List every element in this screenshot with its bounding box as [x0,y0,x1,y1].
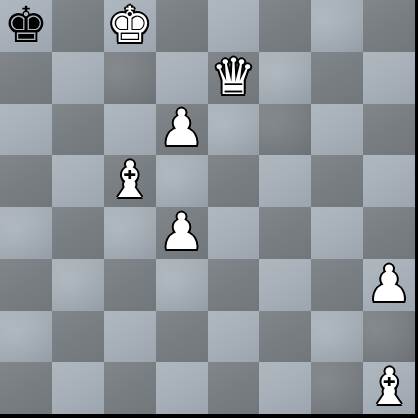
square-a3[interactable] [0,259,52,311]
square-e4[interactable] [208,207,260,259]
square-c2[interactable] [104,311,156,363]
square-d5[interactable] [156,155,208,207]
piece-white-pawn[interactable]: ♟ [367,259,412,309]
square-c5[interactable]: ♝ [104,155,156,207]
chess-board: ♚♚♛♟♝♟♟♝ [0,0,415,414]
square-d3[interactable] [156,259,208,311]
square-h3[interactable]: ♟ [363,259,415,311]
square-a8[interactable]: ♚ [0,0,52,52]
square-c3[interactable] [104,259,156,311]
square-e1[interactable] [208,362,260,414]
square-b4[interactable] [52,207,104,259]
square-c1[interactable] [104,362,156,414]
square-f1[interactable] [259,362,311,414]
square-h6[interactable] [363,104,415,156]
square-g8[interactable] [311,0,363,52]
square-d6[interactable]: ♟ [156,104,208,156]
square-f4[interactable] [259,207,311,259]
piece-white-bishop[interactable]: ♝ [367,362,412,412]
square-h7[interactable] [363,52,415,104]
square-h4[interactable] [363,207,415,259]
piece-white-pawn[interactable]: ♟ [159,104,204,154]
piece-white-bishop[interactable]: ♝ [107,155,152,205]
square-g4[interactable] [311,207,363,259]
square-g2[interactable] [311,311,363,363]
square-e3[interactable] [208,259,260,311]
square-d8[interactable] [156,0,208,52]
square-b6[interactable] [52,104,104,156]
piece-black-king[interactable]: ♚ [4,0,49,50]
square-f8[interactable] [259,0,311,52]
square-e6[interactable] [208,104,260,156]
square-g5[interactable] [311,155,363,207]
square-d1[interactable] [156,362,208,414]
square-g3[interactable] [311,259,363,311]
square-a4[interactable] [0,207,52,259]
square-a1[interactable] [0,362,52,414]
square-b3[interactable] [52,259,104,311]
square-c4[interactable] [104,207,156,259]
square-e7[interactable]: ♛ [208,52,260,104]
square-b5[interactable] [52,155,104,207]
square-h5[interactable] [363,155,415,207]
square-e5[interactable] [208,155,260,207]
piece-white-king[interactable]: ♚ [107,0,152,50]
square-d4[interactable]: ♟ [156,207,208,259]
square-f5[interactable] [259,155,311,207]
chess-board-frame: ♚♚♛♟♝♟♟♝ [0,0,418,418]
piece-white-queen[interactable]: ♛ [211,52,256,102]
square-f2[interactable] [259,311,311,363]
square-a5[interactable] [0,155,52,207]
square-a7[interactable] [0,52,52,104]
square-a2[interactable] [0,311,52,363]
square-g1[interactable] [311,362,363,414]
square-h1[interactable]: ♝ [363,362,415,414]
piece-white-pawn[interactable]: ♟ [159,207,204,257]
square-e2[interactable] [208,311,260,363]
square-d2[interactable] [156,311,208,363]
square-e8[interactable] [208,0,260,52]
square-f6[interactable] [259,104,311,156]
square-c7[interactable] [104,52,156,104]
square-b7[interactable] [52,52,104,104]
square-g6[interactable] [311,104,363,156]
square-a6[interactable] [0,104,52,156]
square-f7[interactable] [259,52,311,104]
square-d7[interactable] [156,52,208,104]
square-f3[interactable] [259,259,311,311]
square-b2[interactable] [52,311,104,363]
square-c6[interactable] [104,104,156,156]
square-c8[interactable]: ♚ [104,0,156,52]
square-h8[interactable] [363,0,415,52]
square-b1[interactable] [52,362,104,414]
square-h2[interactable] [363,311,415,363]
square-b8[interactable] [52,0,104,52]
square-g7[interactable] [311,52,363,104]
